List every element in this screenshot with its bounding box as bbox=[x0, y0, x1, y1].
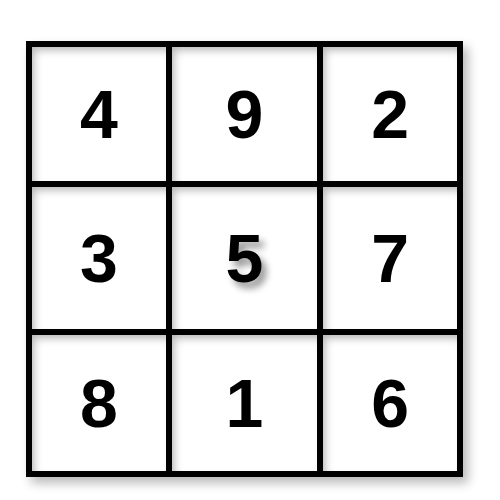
cell-r1c3[interactable]: 2 bbox=[323, 47, 457, 181]
cell-r3c3[interactable]: 6 bbox=[323, 335, 457, 471]
cell-digit: 7 bbox=[371, 224, 409, 292]
cell-digit: 4 bbox=[80, 80, 118, 148]
cell-digit: 9 bbox=[226, 80, 264, 148]
cell-r3c2[interactable]: 1 bbox=[172, 335, 318, 471]
cell-r3c1[interactable]: 8 bbox=[32, 335, 166, 471]
cell-digit: 1 bbox=[226, 369, 264, 437]
cell-digit: 6 bbox=[371, 369, 409, 437]
cell-r2c1[interactable]: 3 bbox=[32, 187, 166, 328]
magic-square-board: 4 9 2 3 5 7 8 1 6 bbox=[26, 41, 463, 477]
cell-r2c2[interactable]: 5 bbox=[172, 187, 318, 328]
cell-r2c3[interactable]: 7 bbox=[323, 187, 457, 328]
page-background: 4 9 2 3 5 7 8 1 6 bbox=[0, 0, 500, 500]
cell-r1c2[interactable]: 9 bbox=[172, 47, 318, 181]
cell-digit: 3 bbox=[80, 224, 118, 292]
cell-digit: 8 bbox=[80, 369, 118, 437]
cell-r1c1[interactable]: 4 bbox=[32, 47, 166, 181]
cell-digit: 2 bbox=[371, 80, 409, 148]
cell-digit: 5 bbox=[226, 224, 264, 292]
